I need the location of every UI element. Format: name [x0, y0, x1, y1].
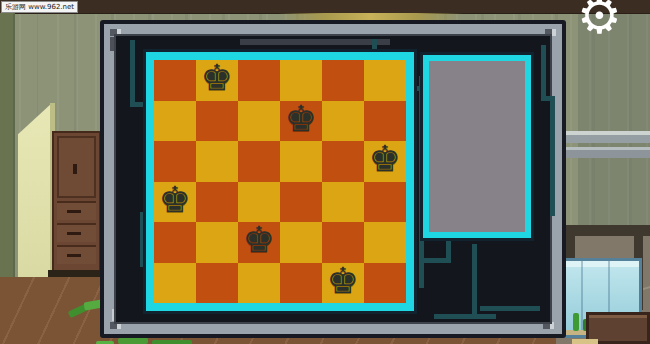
- circuit-trace: [434, 314, 496, 319]
- board-square[interactable]: [280, 141, 322, 182]
- screw-icon: [110, 29, 121, 36]
- board-square[interactable]: [322, 60, 364, 101]
- plant-moss: [118, 338, 148, 344]
- radiator-band: [566, 147, 650, 158]
- board-square[interactable]: [280, 60, 322, 101]
- board-square[interactable]: [322, 141, 364, 182]
- screw-icon: [110, 322, 121, 329]
- board-square[interactable]: [280, 222, 322, 263]
- circuit-panel: ♚♚♚♚♚♚: [116, 36, 550, 322]
- empty-display-panel: [423, 55, 531, 238]
- board-square[interactable]: [364, 222, 406, 263]
- board-square[interactable]: [364, 182, 406, 223]
- frame-bezel: ♚♚♚♚♚♚: [104, 24, 562, 334]
- board-square[interactable]: [280, 182, 322, 223]
- board-square[interactable]: [196, 222, 238, 263]
- board-square[interactable]: [238, 141, 280, 182]
- cabinet: [52, 131, 101, 272]
- board-square[interactable]: [238, 60, 280, 101]
- ceiling-bar: [0, 0, 650, 14]
- board-square[interactable]: [364, 101, 406, 142]
- board-square[interactable]: [154, 101, 196, 142]
- circuit-trace: [240, 39, 390, 45]
- board-square[interactable]: [196, 263, 238, 304]
- board-square[interactable]: [154, 60, 196, 101]
- circuit-trace: [140, 212, 145, 267]
- settings-gear-icon[interactable]: ⚙: [577, 0, 622, 41]
- black-king-piece[interactable]: ♚: [369, 141, 401, 177]
- aquarium-rim: [565, 261, 639, 267]
- board-square[interactable]: ♚: [322, 263, 364, 304]
- black-king-piece[interactable]: ♚: [201, 60, 233, 96]
- cabinet-drawer: [57, 245, 96, 264]
- game-screen: ♚♚♚♚♚♚ 乐游网 www.962.net ⚙: [0, 0, 650, 344]
- wall-shade: [578, 13, 650, 238]
- circuit-trace: [130, 102, 146, 107]
- black-king-piece[interactable]: ♚: [243, 222, 275, 258]
- cabinet-drawer: [57, 201, 96, 220]
- circuit-trace: [550, 96, 555, 216]
- board-square[interactable]: [196, 182, 238, 223]
- board-square[interactable]: [280, 263, 322, 304]
- board-square[interactable]: ♚: [364, 141, 406, 182]
- board-square[interactable]: [322, 101, 364, 142]
- board-square[interactable]: [364, 263, 406, 304]
- circuit-trace: [130, 40, 135, 106]
- circuit-trace: [472, 244, 477, 319]
- board-square[interactable]: ♚: [196, 60, 238, 101]
- board-square[interactable]: [154, 141, 196, 182]
- radiator-band: [566, 131, 650, 143]
- board-square[interactable]: ♚: [238, 222, 280, 263]
- cabinet-handle: [73, 164, 77, 174]
- chess-board: ♚♚♚♚♚♚: [146, 52, 414, 311]
- table-top: [562, 225, 650, 236]
- board-square[interactable]: [154, 222, 196, 263]
- black-king-piece[interactable]: ♚: [285, 101, 317, 137]
- circuit-trace: [480, 306, 540, 311]
- board-square[interactable]: [238, 263, 280, 304]
- board-square[interactable]: [238, 101, 280, 142]
- watermark[interactable]: 乐游网 www.962.net: [1, 1, 78, 13]
- screw-icon: [543, 322, 554, 329]
- board-square[interactable]: [322, 222, 364, 263]
- board-square[interactable]: ♚: [280, 101, 322, 142]
- machine-frame: ♚♚♚♚♚♚: [100, 20, 566, 338]
- plant-moss: [152, 340, 192, 344]
- board-square[interactable]: ♚: [154, 182, 196, 223]
- board-square[interactable]: [238, 182, 280, 223]
- board-square[interactable]: [196, 101, 238, 142]
- floor-object: [572, 339, 598, 344]
- circuit-trace: [372, 39, 377, 53]
- board-square[interactable]: [154, 263, 196, 304]
- aquarium-plant: [573, 313, 579, 331]
- board-square[interactable]: [322, 182, 364, 223]
- board-square[interactable]: [364, 60, 406, 101]
- open-door: [18, 103, 52, 287]
- circuit-trace: [541, 45, 546, 101]
- cabinet-drawer: [57, 223, 96, 242]
- black-king-piece[interactable]: ♚: [327, 263, 359, 299]
- screw-icon: [545, 29, 556, 36]
- board-square[interactable]: [196, 141, 238, 182]
- cabinet-door: [57, 136, 96, 198]
- black-king-piece[interactable]: ♚: [159, 182, 191, 218]
